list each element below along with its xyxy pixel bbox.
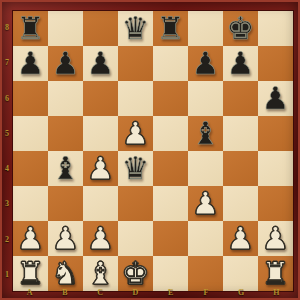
square-c4[interactable]: ♟	[83, 151, 118, 186]
square-e6[interactable]	[153, 81, 188, 116]
square-f8[interactable]	[188, 11, 223, 46]
square-b2[interactable]: ♟	[48, 221, 83, 256]
square-a1[interactable]: ♜	[13, 256, 48, 291]
square-b1[interactable]: ♞	[48, 256, 83, 291]
white-pawn: ♟	[52, 221, 80, 256]
white-pawn: ♟	[87, 151, 115, 186]
white-pawn: ♟	[192, 186, 220, 221]
rank-label-1: 1	[2, 257, 12, 292]
black-pawn: ♟	[262, 81, 290, 116]
black-queen: ♛	[122, 11, 150, 46]
square-d2[interactable]	[118, 221, 153, 256]
rank-label-5: 5	[2, 116, 12, 151]
square-g5[interactable]	[223, 116, 258, 151]
square-g6[interactable]	[223, 81, 258, 116]
square-c5[interactable]	[83, 116, 118, 151]
file-label-g: G	[224, 288, 259, 298]
square-e7[interactable]	[153, 46, 188, 81]
black-bishop: ♝	[52, 151, 80, 186]
square-c7[interactable]: ♟	[83, 46, 118, 81]
white-rook: ♜	[262, 256, 290, 291]
square-f5[interactable]: ♝	[188, 116, 223, 151]
square-g7[interactable]: ♟	[223, 46, 258, 81]
square-b8[interactable]	[48, 11, 83, 46]
square-c8[interactable]	[83, 11, 118, 46]
square-a2[interactable]: ♟	[13, 221, 48, 256]
file-label-d: D	[118, 288, 153, 298]
square-h1[interactable]: ♜	[258, 256, 293, 291]
square-h3[interactable]	[258, 186, 293, 221]
square-h8[interactable]	[258, 11, 293, 46]
square-f4[interactable]	[188, 151, 223, 186]
square-b7[interactable]: ♟	[48, 46, 83, 81]
square-g8[interactable]: ♚	[223, 11, 258, 46]
white-pawn: ♟	[262, 221, 290, 256]
square-h2[interactable]: ♟	[258, 221, 293, 256]
rank-label-7: 7	[2, 45, 12, 80]
rank-label-2: 2	[2, 222, 12, 257]
square-e1[interactable]	[153, 256, 188, 291]
square-d7[interactable]	[118, 46, 153, 81]
square-a5[interactable]	[13, 116, 48, 151]
square-b5[interactable]	[48, 116, 83, 151]
square-a6[interactable]	[13, 81, 48, 116]
square-e2[interactable]	[153, 221, 188, 256]
square-g2[interactable]: ♟	[223, 221, 258, 256]
square-c3[interactable]	[83, 186, 118, 221]
square-a8[interactable]: ♜	[13, 11, 48, 46]
square-d4[interactable]: ♛	[118, 151, 153, 186]
square-f7[interactable]: ♟	[188, 46, 223, 81]
square-f6[interactable]	[188, 81, 223, 116]
white-rook: ♜	[17, 256, 45, 291]
square-d8[interactable]: ♛	[118, 11, 153, 46]
white-king: ♚	[122, 256, 150, 291]
square-d5[interactable]: ♟	[118, 116, 153, 151]
rank-label-4: 4	[2, 151, 12, 186]
black-pawn: ♟	[52, 46, 80, 81]
white-bishop: ♝	[87, 256, 115, 291]
square-h4[interactable]	[258, 151, 293, 186]
black-pawn: ♟	[87, 46, 115, 81]
black-pawn: ♟	[227, 46, 255, 81]
square-e4[interactable]	[153, 151, 188, 186]
file-label-a: A	[12, 288, 47, 298]
square-c1[interactable]: ♝	[83, 256, 118, 291]
file-label-c: C	[83, 288, 118, 298]
black-pawn: ♟	[17, 46, 45, 81]
square-b6[interactable]	[48, 81, 83, 116]
black-king: ♚	[227, 11, 255, 46]
white-pawn: ♟	[227, 221, 255, 256]
black-queen: ♛	[122, 151, 150, 186]
rank-label-3: 3	[2, 186, 12, 221]
square-g3[interactable]	[223, 186, 258, 221]
black-pawn: ♟	[192, 46, 220, 81]
square-h5[interactable]	[258, 116, 293, 151]
white-pawn: ♟	[87, 221, 115, 256]
square-f2[interactable]	[188, 221, 223, 256]
chess-board: ♜♛♜♚♟♟♟♟♟♟♟♝♝♟♛♟♟♟♟♟♟♜♞♝♚♜	[12, 10, 294, 292]
square-h6[interactable]: ♟	[258, 81, 293, 116]
white-pawn: ♟	[17, 221, 45, 256]
square-e3[interactable]	[153, 186, 188, 221]
black-rook: ♜	[17, 11, 45, 46]
white-pawn: ♟	[122, 116, 150, 151]
square-a7[interactable]: ♟	[13, 46, 48, 81]
file-label-f: F	[188, 288, 223, 298]
square-h7[interactable]	[258, 46, 293, 81]
square-c6[interactable]	[83, 81, 118, 116]
black-rook: ♜	[157, 11, 185, 46]
square-d3[interactable]	[118, 186, 153, 221]
square-g4[interactable]	[223, 151, 258, 186]
square-f1[interactable]	[188, 256, 223, 291]
square-a4[interactable]	[13, 151, 48, 186]
chess-board-frame: ♜♛♜♚♟♟♟♟♟♟♟♝♝♟♛♟♟♟♟♟♟♜♞♝♚♜ 87654321ABCDE…	[0, 0, 300, 300]
square-d6[interactable]	[118, 81, 153, 116]
white-knight: ♞	[52, 256, 80, 291]
square-b3[interactable]	[48, 186, 83, 221]
square-e5[interactable]	[153, 116, 188, 151]
rank-label-6: 6	[2, 81, 12, 116]
file-label-b: B	[47, 288, 82, 298]
black-bishop: ♝	[192, 116, 220, 151]
file-label-h: H	[259, 288, 294, 298]
file-label-e: E	[153, 288, 188, 298]
square-f3[interactable]: ♟	[188, 186, 223, 221]
square-d1[interactable]: ♚	[118, 256, 153, 291]
square-a3[interactable]	[13, 186, 48, 221]
square-b4[interactable]: ♝	[48, 151, 83, 186]
square-c2[interactable]: ♟	[83, 221, 118, 256]
square-e8[interactable]: ♜	[153, 11, 188, 46]
square-g1[interactable]	[223, 256, 258, 291]
rank-label-8: 8	[2, 10, 12, 45]
